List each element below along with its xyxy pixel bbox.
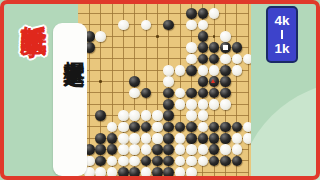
white-stone: [186, 20, 197, 31]
white-stone: [186, 42, 197, 53]
black-stone: [186, 88, 197, 99]
white-stone: [186, 110, 197, 121]
main-title-vertical: 斩断实战恶手: [17, 5, 52, 11]
black-stone: [163, 20, 174, 31]
video-thumbnail: 斩断实战恶手 探索棋之正道 4k 1k: [0, 0, 320, 180]
black-stone: [152, 156, 163, 167]
white-stone: [198, 110, 209, 121]
black-stone: [107, 144, 118, 155]
go-board: [78, 0, 251, 180]
black-stone: [198, 54, 209, 65]
white-stone: [95, 31, 106, 42]
white-stone: [129, 110, 140, 121]
black-stone: [107, 133, 118, 144]
white-stone: [220, 54, 231, 65]
black-stone: [163, 110, 174, 121]
white-stone: [175, 99, 186, 110]
black-stone: [209, 156, 220, 167]
white-stone: [232, 54, 243, 65]
rank-to: 1k: [274, 42, 289, 56]
white-stone: [175, 133, 186, 144]
white-stone: [141, 20, 152, 31]
black-stone: [220, 156, 231, 167]
white-stone: [107, 167, 118, 178]
star-point: [156, 35, 159, 38]
black-stone: [209, 122, 220, 133]
black-stone: [163, 88, 174, 99]
black-stone: [220, 88, 231, 99]
black-stone: [141, 122, 152, 133]
black-stone: [220, 133, 231, 144]
white-stone: [107, 156, 118, 167]
black-stone: [198, 8, 209, 19]
white-stone: [129, 156, 140, 167]
black-stone: [209, 133, 220, 144]
black-stone: [95, 144, 106, 155]
white-stone: [186, 156, 197, 167]
rank-arrow-bar: [281, 30, 283, 39]
rank-from: 4k: [274, 14, 289, 28]
white-stone: [209, 99, 220, 110]
white-stone: [198, 122, 209, 133]
black-stone: [186, 65, 197, 76]
white-stone: [118, 20, 129, 31]
black-stone: [163, 133, 174, 144]
white-stone: [175, 65, 186, 76]
black-stone: [163, 99, 174, 110]
white-stone: [152, 122, 163, 133]
black-stone: [198, 42, 209, 53]
white-stone: [107, 122, 118, 133]
black-stone: [129, 122, 140, 133]
square-marker: [223, 45, 228, 50]
black-stone: [198, 88, 209, 99]
black-stone: [209, 88, 220, 99]
rank-badge: 4k 1k: [266, 6, 298, 63]
white-stone: [232, 144, 243, 155]
white-stone: [118, 122, 129, 133]
white-stone: [220, 144, 231, 155]
white-stone: [118, 133, 129, 144]
white-stone: [198, 99, 209, 110]
white-stone: [186, 167, 197, 178]
black-stone: [118, 167, 129, 178]
black-stone: [163, 156, 174, 167]
black-stone: [232, 156, 243, 167]
board-grid-line: [248, 0, 249, 180]
black-stone: [186, 122, 197, 133]
white-stone: [129, 133, 140, 144]
white-stone: [175, 88, 186, 99]
white-stone: [118, 110, 129, 121]
black-stone: [232, 122, 243, 133]
black-stone: [152, 167, 163, 178]
star-point: [99, 80, 102, 83]
white-stone: [175, 144, 186, 155]
triangle-marker: [211, 79, 215, 83]
black-stone: [141, 88, 152, 99]
white-stone: [186, 99, 197, 110]
white-stone: [129, 144, 140, 155]
white-stone: [95, 167, 106, 178]
white-stone: [220, 31, 231, 42]
white-stone: [141, 133, 152, 144]
white-stone: [175, 167, 186, 178]
white-stone: [198, 144, 209, 155]
white-stone: [198, 65, 209, 76]
black-stone: [186, 133, 197, 144]
black-stone: [163, 144, 174, 155]
white-stone: [129, 88, 140, 99]
white-stone: [175, 156, 186, 167]
black-stone: [198, 133, 209, 144]
white-stone: [141, 110, 152, 121]
black-stone: [163, 167, 174, 178]
black-stone: [220, 76, 231, 87]
black-stone: [220, 122, 231, 133]
white-stone: [243, 133, 251, 144]
black-stone: [209, 144, 220, 155]
black-stone: [141, 156, 152, 167]
white-stone: [152, 110, 163, 121]
white-stone: [209, 65, 220, 76]
black-stone: [95, 110, 106, 121]
white-stone: [232, 65, 243, 76]
black-stone: [186, 8, 197, 19]
white-stone: [220, 99, 231, 110]
white-stone: [243, 122, 251, 133]
white-stone: [243, 54, 251, 65]
black-stone: [198, 31, 209, 42]
black-stone: [209, 54, 220, 65]
black-stone: [220, 65, 231, 76]
white-stone: [209, 8, 220, 19]
black-stone: [95, 156, 106, 167]
subtitle-vertical: 探索棋之正道: [60, 44, 88, 50]
black-stone: [209, 42, 220, 53]
white-stone: [152, 133, 163, 144]
black-stone: [95, 133, 106, 144]
board-grid-line: [78, 2, 249, 3]
white-stone: [232, 133, 243, 144]
black-stone: [129, 167, 140, 178]
white-stone: [198, 20, 209, 31]
board-grid-line: [78, 13, 249, 14]
black-stone: [152, 144, 163, 155]
white-stone: [118, 144, 129, 155]
white-stone: [118, 156, 129, 167]
white-stone: [198, 156, 209, 167]
black-stone: [129, 76, 140, 87]
white-stone: [141, 144, 152, 155]
black-stone: [198, 76, 209, 87]
white-stone: [163, 76, 174, 87]
white-stone: [186, 144, 197, 155]
white-stone: [141, 167, 152, 178]
black-stone: [232, 42, 243, 53]
black-stone: [175, 122, 186, 133]
black-stone: [163, 122, 174, 133]
white-stone: [163, 65, 174, 76]
white-stone: [186, 54, 197, 65]
